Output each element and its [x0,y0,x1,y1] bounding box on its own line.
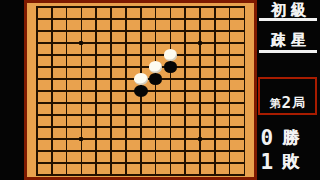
losses-row: 1 敗 [261,150,319,173]
level-label[interactable]: 初級 [257,2,320,18]
game-screen: 初級 疎星 第 2 局 0 勝 1 敗 [0,0,320,180]
white-stone [134,73,148,85]
star-point [79,137,83,141]
grid-line [36,150,245,152]
side-panel: 初級 疎星 第 2 局 0 勝 1 敗 [257,0,320,180]
grid-line [244,6,246,176]
opening-name-label[interactable]: 疎星 [257,32,320,48]
grid-line [229,6,231,176]
black-stone [164,61,178,73]
star-point [198,41,202,45]
star-point [198,137,202,141]
divider [259,18,317,21]
losses-count: 1 [261,151,274,173]
white-stone [164,49,178,61]
black-stone [149,73,163,85]
divider [259,50,317,53]
losses-label: 敗 [282,152,299,171]
game-number-box: 第 2 局 [258,77,318,115]
wins-label: 勝 [282,128,299,147]
game-number-suffix: 局 [292,96,305,110]
game-number: 2 [281,95,291,110]
wins-count: 0 [261,127,274,149]
wins-row: 0 勝 [261,126,319,149]
grid-line [36,174,245,176]
game-number-prefix: 第 [269,97,280,110]
star-point [79,41,83,45]
go-board[interactable] [24,0,257,180]
grid-line [36,162,245,164]
black-stone [134,85,148,97]
white-stone [149,61,163,73]
